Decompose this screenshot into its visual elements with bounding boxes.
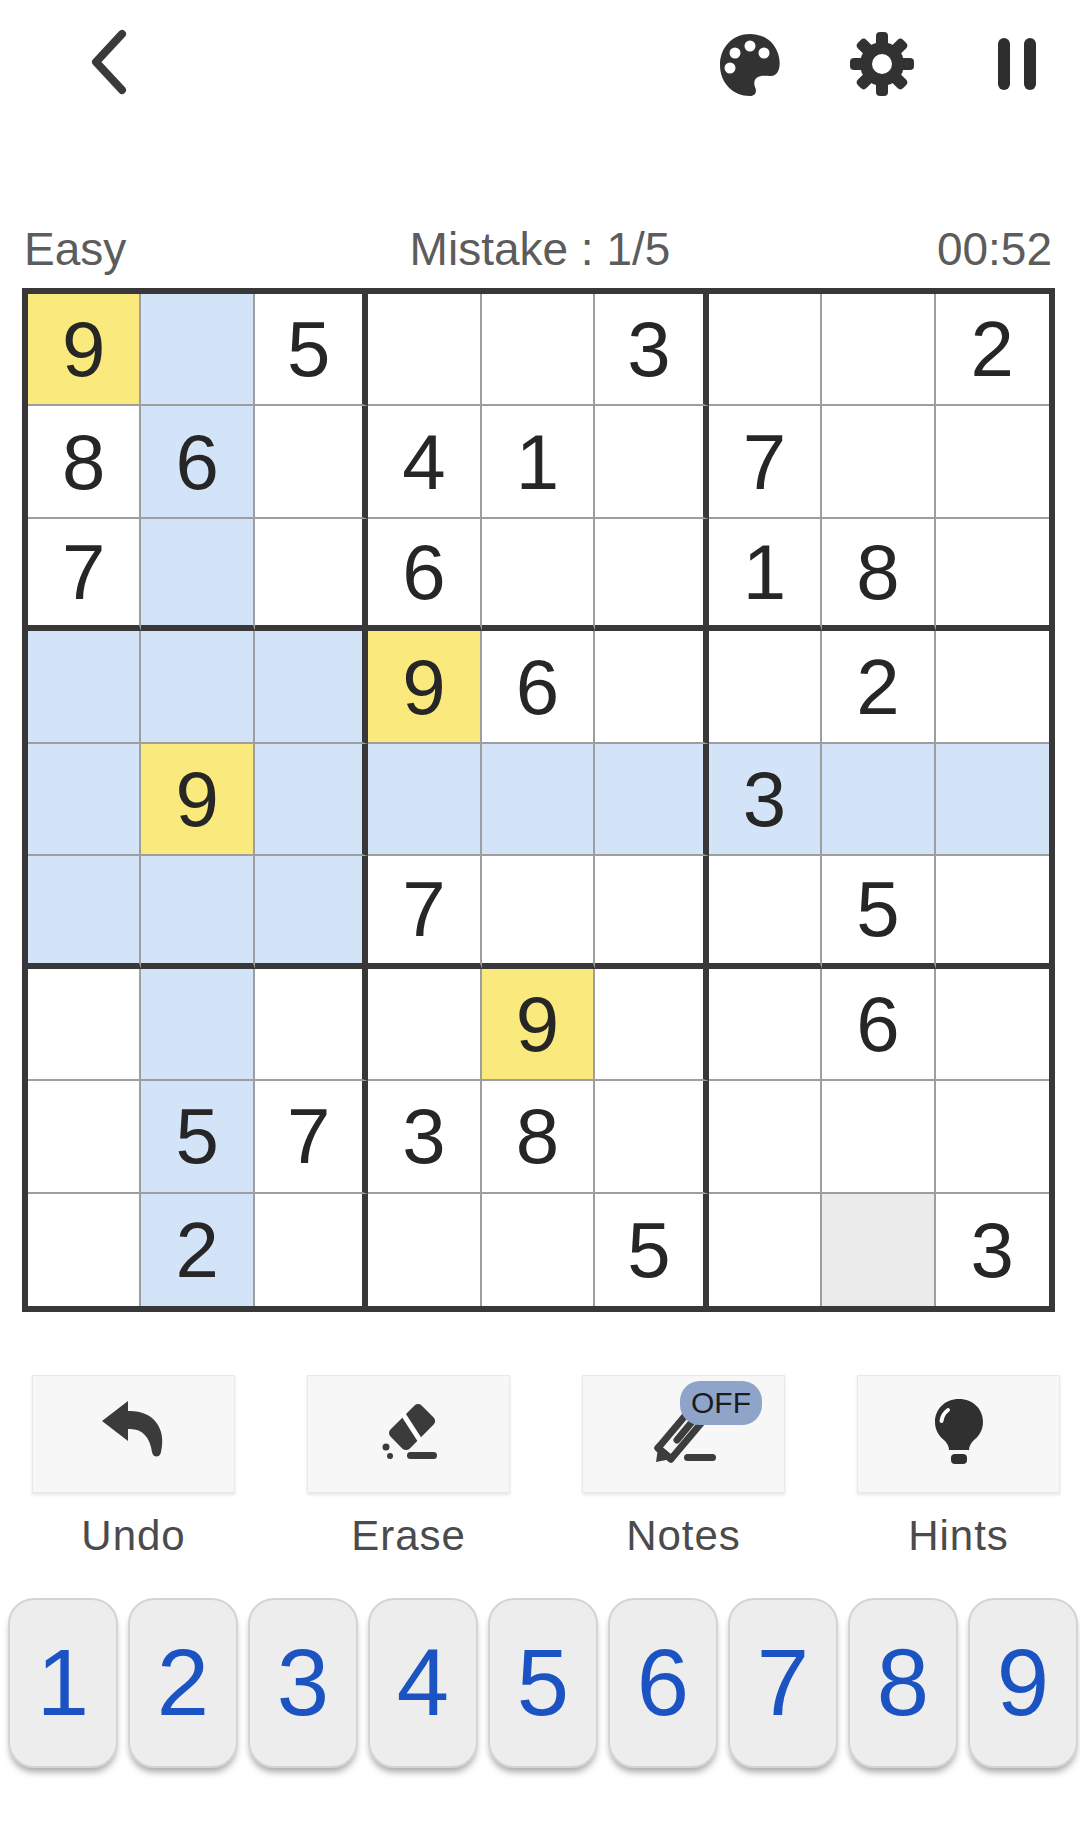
cell-r1c1[interactable]: 9 xyxy=(28,294,141,406)
cell-r3c9[interactable] xyxy=(936,519,1049,631)
cell-r2c4[interactable]: 4 xyxy=(368,406,481,518)
cell-r6c9[interactable] xyxy=(936,856,1049,968)
cell-r7c4[interactable] xyxy=(368,969,481,1081)
cell-r9c3[interactable] xyxy=(255,1194,368,1306)
numpad-key-6[interactable]: 6 xyxy=(608,1598,718,1768)
cell-r3c7[interactable]: 1 xyxy=(709,519,822,631)
cell-r4c5[interactable]: 6 xyxy=(482,631,595,743)
cell-r5c9[interactable] xyxy=(936,744,1049,856)
palette-icon xyxy=(713,88,787,105)
cell-r6c4[interactable]: 7 xyxy=(368,856,481,968)
cell-r2c1[interactable]: 8 xyxy=(28,406,141,518)
pause-button[interactable] xyxy=(998,38,1038,90)
cell-r8c2[interactable]: 5 xyxy=(141,1081,254,1193)
undo-label: Undo xyxy=(32,1512,235,1560)
cell-r6c6[interactable] xyxy=(595,856,708,968)
cell-r4c8[interactable]: 2 xyxy=(822,631,935,743)
cell-r4c4[interactable]: 9 xyxy=(368,631,481,743)
cell-r8c9[interactable] xyxy=(936,1081,1049,1193)
cell-r5c6[interactable] xyxy=(595,744,708,856)
eraser-icon xyxy=(373,1396,445,1472)
cell-r1c4[interactable] xyxy=(368,294,481,406)
back-button[interactable] xyxy=(82,26,134,98)
erase-button[interactable] xyxy=(307,1375,510,1493)
cell-r9c9[interactable]: 3 xyxy=(936,1194,1049,1306)
numpad-key-1[interactable]: 1 xyxy=(8,1598,118,1768)
cell-r9c7[interactable] xyxy=(709,1194,822,1306)
cell-r2c3[interactable] xyxy=(255,406,368,518)
cell-r1c8[interactable] xyxy=(822,294,935,406)
cell-r6c8[interactable]: 5 xyxy=(822,856,935,968)
cell-r8c6[interactable] xyxy=(595,1081,708,1193)
cell-r4c9[interactable] xyxy=(936,631,1049,743)
undo-icon xyxy=(98,1399,170,1469)
settings-gear-icon xyxy=(848,84,916,101)
cell-r8c3[interactable]: 7 xyxy=(255,1081,368,1193)
cell-r2c7[interactable]: 7 xyxy=(709,406,822,518)
numpad-key-7[interactable]: 7 xyxy=(728,1598,838,1768)
sudoku-board: 95328641776189629375965738253 xyxy=(22,288,1055,1312)
cell-r1c9[interactable]: 2 xyxy=(936,294,1049,406)
lightbulb-icon xyxy=(928,1397,990,1471)
cell-r8c1[interactable] xyxy=(28,1081,141,1193)
cell-r3c6[interactable] xyxy=(595,519,708,631)
cell-r3c8[interactable]: 8 xyxy=(822,519,935,631)
cell-r9c1[interactable] xyxy=(28,1194,141,1306)
cell-r2c8[interactable] xyxy=(822,406,935,518)
notes-off-badge: OFF xyxy=(680,1381,762,1425)
cell-r4c6[interactable] xyxy=(595,631,708,743)
cell-r3c1[interactable]: 7 xyxy=(28,519,141,631)
cell-r9c4[interactable] xyxy=(368,1194,481,1306)
hints-button[interactable] xyxy=(857,1375,1060,1493)
cell-r6c5[interactable] xyxy=(482,856,595,968)
cell-r4c2[interactable] xyxy=(141,631,254,743)
cell-r7c7[interactable] xyxy=(709,969,822,1081)
cell-r8c4[interactable]: 3 xyxy=(368,1081,481,1193)
cell-r9c2[interactable]: 2 xyxy=(141,1194,254,1306)
numpad-key-5[interactable]: 5 xyxy=(488,1598,598,1768)
cell-r5c8[interactable] xyxy=(822,744,935,856)
cell-r7c9[interactable] xyxy=(936,969,1049,1081)
cell-r8c7[interactable] xyxy=(709,1081,822,1193)
numpad-key-9[interactable]: 9 xyxy=(968,1598,1078,1768)
numpad-key-3[interactable]: 3 xyxy=(248,1598,358,1768)
cell-r7c2[interactable] xyxy=(141,969,254,1081)
cell-r8c8[interactable] xyxy=(822,1081,935,1193)
cell-r5c2[interactable]: 9 xyxy=(141,744,254,856)
cell-r5c3[interactable] xyxy=(255,744,368,856)
cell-r7c5[interactable]: 9 xyxy=(482,969,595,1081)
cell-r5c5[interactable] xyxy=(482,744,595,856)
cell-r1c5[interactable] xyxy=(482,294,595,406)
cell-r3c4[interactable]: 6 xyxy=(368,519,481,631)
numpad-key-2[interactable]: 2 xyxy=(128,1598,238,1768)
cell-r6c2[interactable] xyxy=(141,856,254,968)
cell-r7c6[interactable] xyxy=(595,969,708,1081)
cell-r7c1[interactable] xyxy=(28,969,141,1081)
back-icon xyxy=(82,84,134,101)
cell-r4c7[interactable] xyxy=(709,631,822,743)
cell-r4c1[interactable] xyxy=(28,631,141,743)
cell-r4c3[interactable] xyxy=(255,631,368,743)
cell-r2c6[interactable] xyxy=(595,406,708,518)
settings-button[interactable] xyxy=(848,30,916,98)
cell-r9c8[interactable] xyxy=(822,1194,935,1306)
cell-r1c6[interactable]: 3 xyxy=(595,294,708,406)
timer: 00:52 xyxy=(937,222,1052,276)
numpad-key-8[interactable]: 8 xyxy=(848,1598,958,1768)
notes-button[interactable]: OFF xyxy=(582,1375,785,1493)
cell-r1c2[interactable] xyxy=(141,294,254,406)
numpad-key-4[interactable]: 4 xyxy=(368,1598,478,1768)
cell-r3c5[interactable] xyxy=(482,519,595,631)
cell-r3c3[interactable] xyxy=(255,519,368,631)
cell-r2c2[interactable]: 6 xyxy=(141,406,254,518)
cell-r3c2[interactable] xyxy=(141,519,254,631)
cell-r1c7[interactable] xyxy=(709,294,822,406)
cell-r9c6[interactable]: 5 xyxy=(595,1194,708,1306)
cell-r7c8[interactable]: 6 xyxy=(822,969,935,1081)
erase-label: Erase xyxy=(307,1512,510,1560)
cell-r5c4[interactable] xyxy=(368,744,481,856)
pause-icon xyxy=(998,38,1036,90)
cell-r5c7[interactable]: 3 xyxy=(709,744,822,856)
hints-label: Hints xyxy=(857,1512,1060,1560)
cell-r1c3[interactable]: 5 xyxy=(255,294,368,406)
undo-button[interactable] xyxy=(32,1375,235,1493)
cell-r5c1[interactable] xyxy=(28,744,141,856)
cell-r7c3[interactable] xyxy=(255,969,368,1081)
cell-r9c5[interactable] xyxy=(482,1194,595,1306)
cell-r6c1[interactable] xyxy=(28,856,141,968)
mistake-counter: Mistake : 1/5 xyxy=(0,222,1080,276)
theme-button[interactable] xyxy=(713,28,787,102)
cell-r2c9[interactable] xyxy=(936,406,1049,518)
cell-r8c5[interactable]: 8 xyxy=(482,1081,595,1193)
cell-r6c7[interactable] xyxy=(709,856,822,968)
notes-label: Notes xyxy=(582,1512,785,1560)
cell-r2c5[interactable]: 1 xyxy=(482,406,595,518)
cell-r6c3[interactable] xyxy=(255,856,368,968)
